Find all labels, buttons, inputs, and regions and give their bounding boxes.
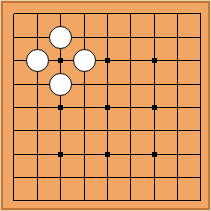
white-stone [26,49,49,72]
intersection-B4[interactable] [26,119,49,142]
intersection-C7[interactable] [49,49,72,72]
star-point [58,152,63,157]
intersection-A4[interactable] [2,119,25,142]
intersection-C5[interactable] [49,96,72,119]
intersection-G2[interactable] [143,166,166,189]
intersection-H6[interactable] [166,72,189,95]
intersection-E5[interactable] [96,96,119,119]
intersection-A1[interactable] [2,189,25,211]
intersection-A5[interactable] [2,96,25,119]
star-point [152,105,157,110]
intersection-C3[interactable] [49,143,72,166]
intersection-F9[interactable] [119,2,142,25]
intersection-D2[interactable] [72,166,95,189]
intersection-E3[interactable] [96,143,119,166]
intersection-F1[interactable] [119,189,142,211]
star-point [58,105,63,110]
star-point [58,58,63,63]
intersection-H2[interactable] [166,166,189,189]
intersection-F3[interactable] [119,143,142,166]
intersection-J1[interactable] [189,189,211,211]
intersection-B6[interactable] [26,72,49,95]
intersection-D6[interactable] [72,72,95,95]
intersection-G5[interactable] [143,96,166,119]
star-point [105,152,110,157]
star-point [105,105,110,110]
intersection-B2[interactable] [26,166,49,189]
intersection-F8[interactable] [119,26,142,49]
intersection-J2[interactable] [189,166,211,189]
intersection-G1[interactable] [143,189,166,211]
intersection-J3[interactable] [189,143,211,166]
intersection-H3[interactable] [166,143,189,166]
intersection-E4[interactable] [96,119,119,142]
intersection-J5[interactable] [189,96,211,119]
intersection-J9[interactable] [189,2,211,25]
intersection-H1[interactable] [166,189,189,211]
white-stone [73,49,96,72]
intersection-C8[interactable] [49,26,72,49]
intersection-A9[interactable] [2,2,25,25]
white-stone [49,26,72,49]
star-point [105,58,110,63]
intersection-D3[interactable] [72,143,95,166]
intersection-J7[interactable] [189,49,211,72]
intersection-F5[interactable] [119,96,142,119]
intersection-F4[interactable] [119,119,142,142]
star-point [152,152,157,157]
intersection-G7[interactable] [143,49,166,72]
intersection-C9[interactable] [49,2,72,25]
intersection-E7[interactable] [96,49,119,72]
intersection-C2[interactable] [49,166,72,189]
intersection-G3[interactable] [143,143,166,166]
intersection-H8[interactable] [166,26,189,49]
intersection-B5[interactable] [26,96,49,119]
go-grid [2,2,211,211]
intersection-B1[interactable] [26,189,49,211]
intersection-D1[interactable] [72,189,95,211]
intersection-J8[interactable] [189,26,211,49]
intersection-B9[interactable] [26,2,49,25]
intersection-E8[interactable] [96,26,119,49]
intersection-D5[interactable] [72,96,95,119]
intersection-J4[interactable] [189,119,211,142]
intersection-B3[interactable] [26,143,49,166]
intersection-A7[interactable] [2,49,25,72]
intersection-D4[interactable] [72,119,95,142]
intersection-H4[interactable] [166,119,189,142]
intersection-A2[interactable] [2,166,25,189]
intersection-E1[interactable] [96,189,119,211]
go-board [0,0,211,211]
intersection-C4[interactable] [49,119,72,142]
intersection-B7[interactable] [26,49,49,72]
intersection-F6[interactable] [119,72,142,95]
intersection-H9[interactable] [166,2,189,25]
star-point [152,58,157,63]
intersection-G9[interactable] [143,2,166,25]
intersection-G8[interactable] [143,26,166,49]
intersection-A6[interactable] [2,72,25,95]
intersection-H5[interactable] [166,96,189,119]
white-stone [49,73,72,96]
intersection-B8[interactable] [26,26,49,49]
intersection-F7[interactable] [119,49,142,72]
intersection-A3[interactable] [2,143,25,166]
intersection-D7[interactable] [72,49,95,72]
intersection-D8[interactable] [72,26,95,49]
intersection-H7[interactable] [166,49,189,72]
intersection-D9[interactable] [72,2,95,25]
intersection-E9[interactable] [96,2,119,25]
intersection-E2[interactable] [96,166,119,189]
intersection-A8[interactable] [2,26,25,49]
intersection-C1[interactable] [49,189,72,211]
intersection-F2[interactable] [119,166,142,189]
intersection-E6[interactable] [96,72,119,95]
intersection-C6[interactable] [49,72,72,95]
intersection-J6[interactable] [189,72,211,95]
intersection-G4[interactable] [143,119,166,142]
intersection-G6[interactable] [143,72,166,95]
